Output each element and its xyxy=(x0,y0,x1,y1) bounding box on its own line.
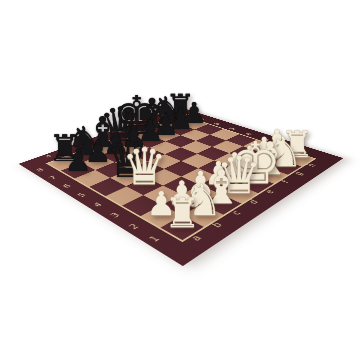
board-grid xyxy=(46,114,317,242)
chess-board: 1122334455667788aabbccddeeffgghh xyxy=(19,107,344,266)
product-photo-stage: 1122334455667788aabbccddeeffgghh ♜♞♝♛♚♝♞… xyxy=(0,0,360,360)
